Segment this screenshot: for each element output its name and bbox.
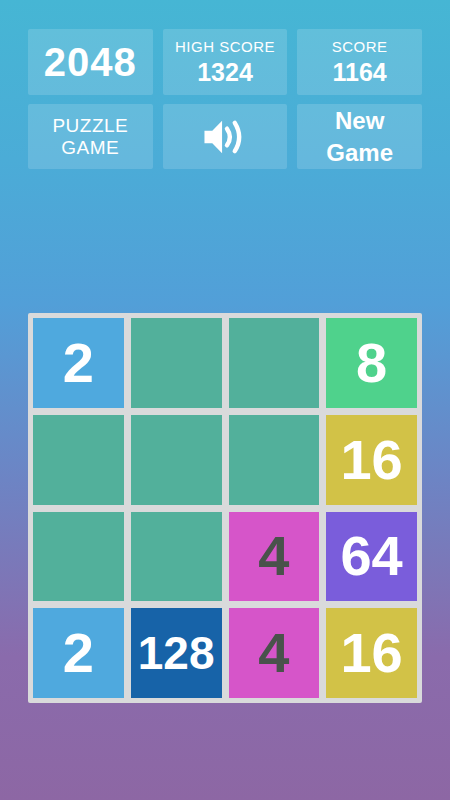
tile-128: 128: [131, 608, 222, 698]
header: 2048 HIGH SCORE 1324 SCORE 1164 PUZZLE G…: [28, 0, 422, 169]
sound-toggle-button[interactable]: [163, 104, 288, 169]
tile-8: 8: [326, 318, 417, 408]
high-score-label: HIGH SCORE: [175, 38, 275, 55]
tile-16: 16: [326, 608, 417, 698]
tile-4: 4: [229, 608, 320, 698]
tile-2: 2: [33, 318, 124, 408]
board-grid[interactable]: 28164642128416: [28, 313, 422, 703]
app-title: 2048: [44, 40, 137, 85]
tile-4: 4: [229, 512, 320, 602]
tile-64: 64: [326, 512, 417, 602]
score-panel: SCORE 1164: [297, 29, 422, 95]
title-panel: 2048: [28, 29, 153, 95]
empty-cell: [131, 318, 222, 408]
subtitle-label: PUZZLE GAME: [28, 115, 153, 159]
empty-cell: [33, 415, 124, 505]
tile-2: 2: [33, 608, 124, 698]
score-label: SCORE: [332, 38, 388, 55]
high-score-panel: HIGH SCORE 1324: [163, 29, 288, 95]
app-container: 2048 HIGH SCORE 1324 SCORE 1164 PUZZLE G…: [28, 0, 422, 703]
empty-cell: [131, 415, 222, 505]
high-score-value: 1324: [197, 58, 253, 87]
empty-cell: [33, 512, 124, 602]
tile-16: 16: [326, 415, 417, 505]
new-game-label: New Game: [326, 105, 393, 168]
empty-cell: [229, 415, 320, 505]
subtitle-panel: PUZZLE GAME: [28, 104, 153, 169]
empty-cell: [131, 512, 222, 602]
score-value: 1164: [333, 58, 387, 87]
speaker-icon: [199, 115, 251, 159]
empty-cell: [229, 318, 320, 408]
new-game-button[interactable]: New Game: [297, 104, 422, 169]
